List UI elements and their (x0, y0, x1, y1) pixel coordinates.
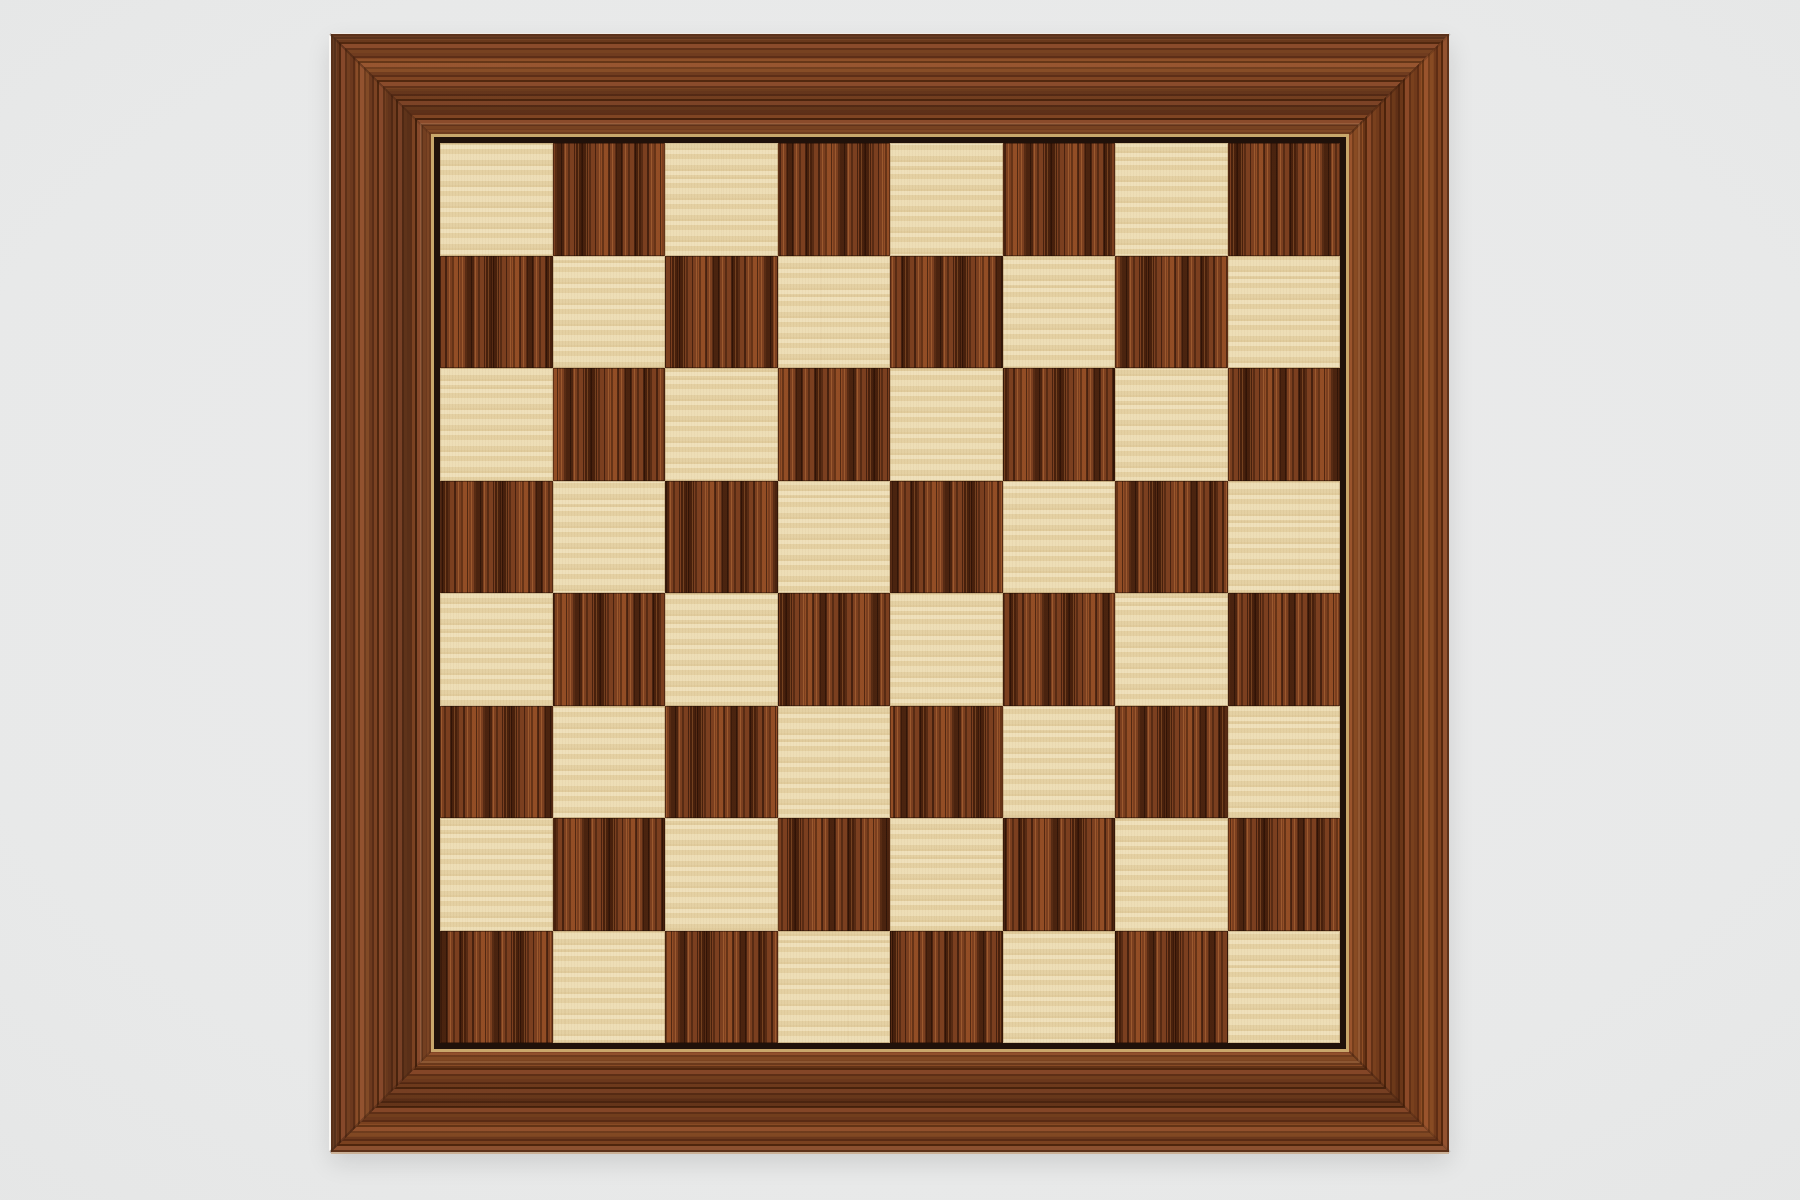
square-a8 (440, 143, 553, 256)
square-d7 (778, 256, 891, 369)
square-f2 (1003, 818, 1116, 931)
square-g7 (1115, 256, 1228, 369)
square-a6 (440, 368, 553, 481)
square-h4 (1228, 593, 1341, 706)
square-d4 (778, 593, 891, 706)
square-h1 (1228, 931, 1341, 1044)
square-g4 (1115, 593, 1228, 706)
square-g6 (1115, 368, 1228, 481)
square-f7 (1003, 256, 1116, 369)
square-a5 (440, 481, 553, 594)
square-c5 (665, 481, 778, 594)
inlay-border (431, 134, 1349, 1052)
square-h6 (1228, 368, 1341, 481)
square-a1 (440, 931, 553, 1044)
square-d1 (778, 931, 891, 1044)
square-e2 (890, 818, 1003, 931)
square-b2 (553, 818, 666, 931)
square-h5 (1228, 481, 1341, 594)
square-g3 (1115, 706, 1228, 819)
square-c4 (665, 593, 778, 706)
square-a3 (440, 706, 553, 819)
square-g2 (1115, 818, 1228, 931)
square-d5 (778, 481, 891, 594)
square-d2 (778, 818, 891, 931)
square-e3 (890, 706, 1003, 819)
square-d6 (778, 368, 891, 481)
square-e1 (890, 931, 1003, 1044)
chessboard (331, 34, 1449, 1152)
square-d8 (778, 143, 891, 256)
square-h3 (1228, 706, 1341, 819)
square-e8 (890, 143, 1003, 256)
square-a7 (440, 256, 553, 369)
square-c7 (665, 256, 778, 369)
square-h8 (1228, 143, 1341, 256)
square-b4 (553, 593, 666, 706)
square-b3 (553, 706, 666, 819)
square-b5 (553, 481, 666, 594)
square-e5 (890, 481, 1003, 594)
board-squares (440, 143, 1340, 1043)
square-f6 (1003, 368, 1116, 481)
square-a2 (440, 818, 553, 931)
square-b8 (553, 143, 666, 256)
square-f4 (1003, 593, 1116, 706)
square-c6 (665, 368, 778, 481)
square-c8 (665, 143, 778, 256)
square-b1 (553, 931, 666, 1044)
square-c2 (665, 818, 778, 931)
square-b6 (553, 368, 666, 481)
square-h2 (1228, 818, 1341, 931)
square-f5 (1003, 481, 1116, 594)
square-d3 (778, 706, 891, 819)
square-e4 (890, 593, 1003, 706)
square-g5 (1115, 481, 1228, 594)
square-a4 (440, 593, 553, 706)
square-g1 (1115, 931, 1228, 1044)
square-c3 (665, 706, 778, 819)
square-g8 (1115, 143, 1228, 256)
square-h7 (1228, 256, 1341, 369)
square-c1 (665, 931, 778, 1044)
square-b7 (553, 256, 666, 369)
square-f8 (1003, 143, 1116, 256)
photo-background: Overhead product photograph of an empty … (0, 0, 1800, 1200)
square-f3 (1003, 706, 1116, 819)
square-e6 (890, 368, 1003, 481)
square-f1 (1003, 931, 1116, 1044)
square-e7 (890, 256, 1003, 369)
